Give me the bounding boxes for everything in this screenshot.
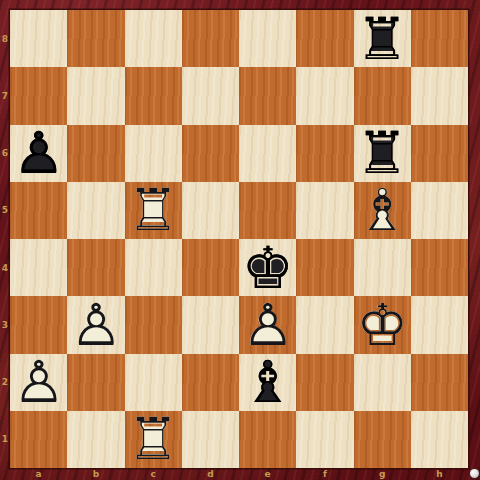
square-a7[interactable] xyxy=(10,67,67,124)
bishop-glyph-outline: ♗ xyxy=(356,182,408,239)
square-c3[interactable] xyxy=(125,296,182,353)
piece-black-bishop[interactable]: ♝♗ xyxy=(239,354,296,411)
file-label-h: h xyxy=(411,467,468,480)
square-e4[interactable]: ♚♔ xyxy=(239,239,296,296)
square-e1[interactable] xyxy=(239,411,296,468)
square-g7[interactable] xyxy=(354,67,411,124)
square-b1[interactable] xyxy=(67,411,124,468)
piece-white-pawn[interactable]: ♟♙ xyxy=(10,354,67,411)
square-h2[interactable] xyxy=(411,354,468,411)
square-e8[interactable] xyxy=(239,10,296,67)
king-glyph-outline: ♔ xyxy=(356,296,408,353)
file-label-f: f xyxy=(296,467,353,480)
square-b6[interactable] xyxy=(67,125,124,182)
square-b8[interactable] xyxy=(67,10,124,67)
square-g8[interactable]: ♜♖ xyxy=(354,10,411,67)
square-h6[interactable] xyxy=(411,125,468,182)
piece-black-rook[interactable]: ♜♖ xyxy=(354,10,411,67)
square-e3[interactable]: ♟♙ xyxy=(239,296,296,353)
square-d7[interactable] xyxy=(182,67,239,124)
square-h5[interactable] xyxy=(411,182,468,239)
file-label-c: c xyxy=(125,467,182,480)
rank-label-5: 5 xyxy=(0,182,10,239)
rank-label-8: 8 xyxy=(0,10,10,67)
rook-glyph-outline: ♖ xyxy=(127,411,179,468)
square-c5[interactable]: ♜♖ xyxy=(125,182,182,239)
pawn-glyph-outline: ♙ xyxy=(13,354,65,411)
rank-label-7: 7 xyxy=(0,67,10,124)
square-c7[interactable] xyxy=(125,67,182,124)
board-frame: ♜♖♟♙♜♖♜♖♝♗♚♔♟♙♟♙♚♔♟♙♝♗♜♖ 87654321 abcdef… xyxy=(0,0,480,480)
rank-label-1: 1 xyxy=(0,411,10,468)
square-d4[interactable] xyxy=(182,239,239,296)
square-f8[interactable] xyxy=(296,10,353,67)
square-d3[interactable] xyxy=(182,296,239,353)
bishop-glyph-outline: ♗ xyxy=(242,354,294,411)
file-label-g: g xyxy=(354,467,411,480)
file-label-d: d xyxy=(182,467,239,480)
file-label-b: b xyxy=(67,467,124,480)
square-f2[interactable] xyxy=(296,354,353,411)
square-f4[interactable] xyxy=(296,239,353,296)
rook-glyph-outline: ♖ xyxy=(356,125,408,182)
piece-white-rook[interactable]: ♜♖ xyxy=(125,411,182,468)
square-a1[interactable] xyxy=(10,411,67,468)
piece-black-rook[interactable]: ♜♖ xyxy=(354,125,411,182)
square-d1[interactable] xyxy=(182,411,239,468)
piece-white-king[interactable]: ♚♔ xyxy=(354,296,411,353)
piece-white-bishop[interactable]: ♝♗ xyxy=(354,182,411,239)
square-e6[interactable] xyxy=(239,125,296,182)
rook-glyph-outline: ♖ xyxy=(127,182,179,239)
square-h1[interactable] xyxy=(411,411,468,468)
square-c8[interactable] xyxy=(125,10,182,67)
square-h8[interactable] xyxy=(411,10,468,67)
square-e7[interactable] xyxy=(239,67,296,124)
square-c6[interactable] xyxy=(125,125,182,182)
square-g2[interactable] xyxy=(354,354,411,411)
file-label-e: e xyxy=(239,467,296,480)
square-d2[interactable] xyxy=(182,354,239,411)
square-a2[interactable]: ♟♙ xyxy=(10,354,67,411)
square-f7[interactable] xyxy=(296,67,353,124)
chess-board: ♜♖♟♙♜♖♜♖♝♗♚♔♟♙♟♙♚♔♟♙♝♗♜♖ xyxy=(10,10,468,468)
square-c4[interactable] xyxy=(125,239,182,296)
square-a8[interactable] xyxy=(10,10,67,67)
square-g1[interactable] xyxy=(354,411,411,468)
pawn-glyph-outline: ♙ xyxy=(242,296,294,353)
square-a6[interactable]: ♟♙ xyxy=(10,125,67,182)
square-f6[interactable] xyxy=(296,125,353,182)
square-b7[interactable] xyxy=(67,67,124,124)
square-f3[interactable] xyxy=(296,296,353,353)
piece-black-pawn[interactable]: ♟♙ xyxy=(10,125,67,182)
rank-label-6: 6 xyxy=(0,125,10,182)
pawn-glyph-outline: ♙ xyxy=(70,296,122,353)
square-e2[interactable]: ♝♗ xyxy=(239,354,296,411)
square-h7[interactable] xyxy=(411,67,468,124)
square-b3[interactable]: ♟♙ xyxy=(67,296,124,353)
square-e5[interactable] xyxy=(239,182,296,239)
square-c1[interactable]: ♜♖ xyxy=(125,411,182,468)
square-d8[interactable] xyxy=(182,10,239,67)
square-g5[interactable]: ♝♗ xyxy=(354,182,411,239)
square-b2[interactable] xyxy=(67,354,124,411)
square-f5[interactable] xyxy=(296,182,353,239)
piece-black-king[interactable]: ♚♔ xyxy=(239,239,296,296)
square-a4[interactable] xyxy=(10,239,67,296)
rank-label-4: 4 xyxy=(0,239,10,296)
rook-glyph-outline: ♖ xyxy=(356,10,408,67)
piece-white-pawn[interactable]: ♟♙ xyxy=(67,296,124,353)
piece-white-pawn[interactable]: ♟♙ xyxy=(239,296,296,353)
rank-label-2: 2 xyxy=(0,354,10,411)
rank-label-3: 3 xyxy=(0,296,10,353)
piece-white-rook[interactable]: ♜♖ xyxy=(125,182,182,239)
move-indicator-dot xyxy=(470,469,479,478)
square-g3[interactable]: ♚♔ xyxy=(354,296,411,353)
square-d5[interactable] xyxy=(182,182,239,239)
square-a3[interactable] xyxy=(10,296,67,353)
square-h4[interactable] xyxy=(411,239,468,296)
square-a5[interactable] xyxy=(10,182,67,239)
king-glyph-outline: ♔ xyxy=(242,239,294,296)
square-h3[interactable] xyxy=(411,296,468,353)
square-c2[interactable] xyxy=(125,354,182,411)
square-d6[interactable] xyxy=(182,125,239,182)
square-b5[interactable] xyxy=(67,182,124,239)
pawn-glyph-outline: ♙ xyxy=(13,125,65,182)
square-f1[interactable] xyxy=(296,411,353,468)
square-g4[interactable] xyxy=(354,239,411,296)
square-g6[interactable]: ♜♖ xyxy=(354,125,411,182)
file-label-a: a xyxy=(10,467,67,480)
square-b4[interactable] xyxy=(67,239,124,296)
